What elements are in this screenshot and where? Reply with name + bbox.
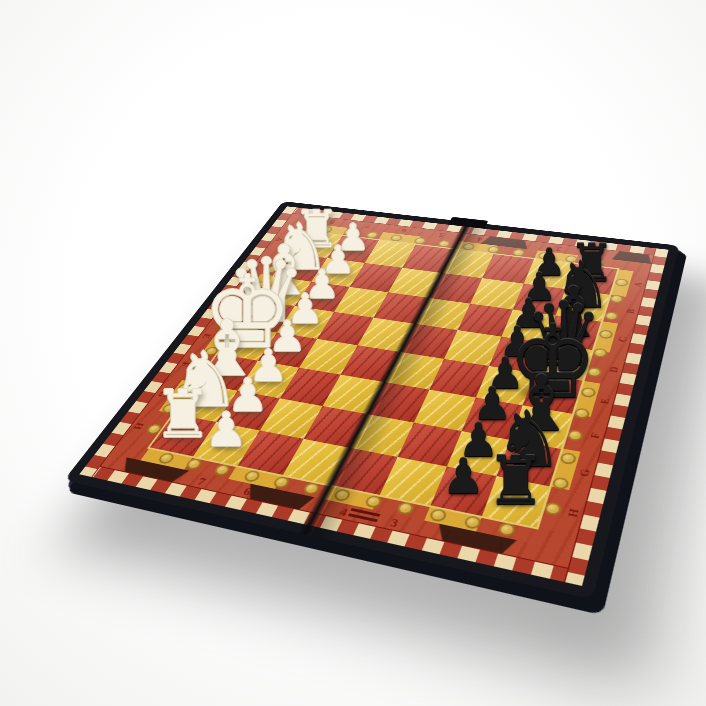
product-photo-backdrop: 87654321 87654321 ABCDEFGH ABCDEFGH bbox=[0, 0, 706, 706]
piece-black-rook[interactable]: ♜ bbox=[486, 448, 546, 515]
piece-black-pawn[interactable]: ♟ bbox=[442, 453, 485, 501]
piece-white-pawn[interactable]: ♟ bbox=[205, 406, 248, 454]
piece-white-rook[interactable]: ♜ bbox=[153, 382, 212, 448]
pieces-layer: ♜♞♝♛♚♝♞♜♟♟♟♟♟♟♟♟♟♟♟♟♟♟♟♟♜♞♝♛♚♝♞♜ bbox=[0, 0, 706, 706]
